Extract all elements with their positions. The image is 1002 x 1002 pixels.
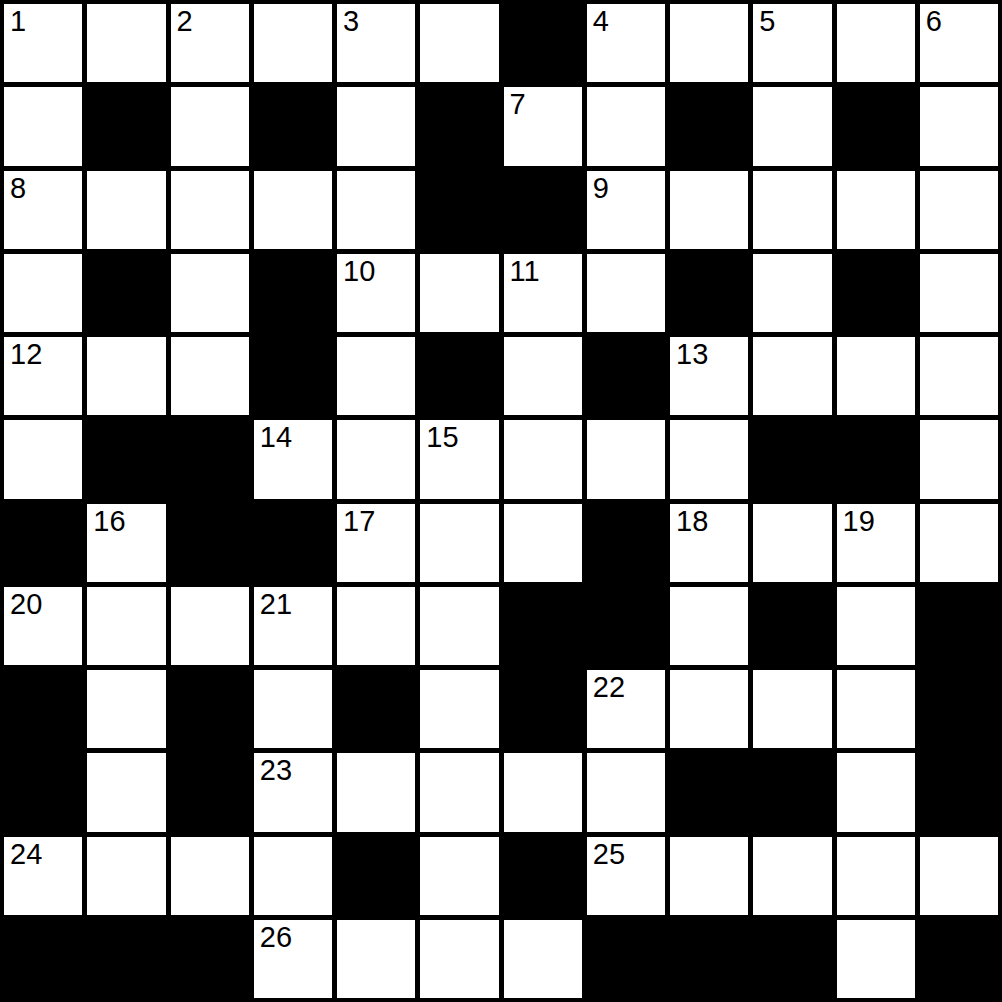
white-cell[interactable]: 11	[504, 254, 582, 332]
white-cell[interactable]: 14	[254, 420, 332, 498]
white-cell[interactable]	[920, 171, 998, 249]
white-cell[interactable]	[587, 87, 665, 165]
white-cell[interactable]: 10	[337, 254, 415, 332]
clue-number: 25	[593, 839, 625, 869]
clue-number: 18	[676, 506, 708, 536]
clue-number: 8	[10, 173, 26, 203]
clue-number: 23	[260, 755, 292, 785]
white-cell[interactable]	[504, 337, 582, 415]
white-cell[interactable]	[87, 753, 165, 831]
black-cell	[420, 337, 498, 415]
white-cell[interactable]	[420, 504, 498, 582]
white-cell[interactable]: 1	[4, 4, 82, 82]
white-cell[interactable]	[837, 753, 915, 831]
black-cell	[587, 504, 665, 582]
black-cell	[171, 920, 249, 998]
black-cell	[420, 171, 498, 249]
white-cell[interactable]	[504, 920, 582, 998]
white-cell[interactable]	[753, 337, 831, 415]
clue-number: 10	[343, 256, 375, 286]
white-cell[interactable]: 26	[254, 920, 332, 998]
white-cell[interactable]	[171, 254, 249, 332]
white-cell[interactable]	[920, 837, 998, 915]
black-cell	[87, 920, 165, 998]
white-cell[interactable]	[337, 587, 415, 665]
clue-number: 20	[10, 589, 42, 619]
white-cell[interactable]	[4, 254, 82, 332]
white-cell[interactable]: 18	[670, 504, 748, 582]
black-cell	[753, 920, 831, 998]
white-cell[interactable]: 15	[420, 420, 498, 498]
white-cell[interactable]	[670, 4, 748, 82]
white-cell[interactable]	[337, 87, 415, 165]
white-cell[interactable]	[670, 837, 748, 915]
white-cell[interactable]	[420, 670, 498, 748]
white-cell[interactable]	[171, 837, 249, 915]
white-cell[interactable]: 17	[337, 504, 415, 582]
white-cell[interactable]	[504, 753, 582, 831]
clue-number: 24	[10, 839, 42, 869]
clue-number: 14	[260, 422, 292, 452]
black-cell	[837, 87, 915, 165]
white-cell[interactable]	[254, 171, 332, 249]
black-cell	[504, 670, 582, 748]
white-cell[interactable]: 8	[4, 171, 82, 249]
clue-number: 5	[759, 6, 775, 36]
black-cell	[920, 587, 998, 665]
black-cell	[254, 337, 332, 415]
white-cell[interactable]	[920, 420, 998, 498]
black-cell	[670, 920, 748, 998]
white-cell[interactable]	[504, 420, 582, 498]
white-cell[interactable]	[587, 753, 665, 831]
white-cell[interactable]: 12	[4, 337, 82, 415]
black-cell	[753, 420, 831, 498]
white-cell[interactable]	[171, 171, 249, 249]
white-cell[interactable]	[670, 670, 748, 748]
white-cell[interactable]: 7	[504, 87, 582, 165]
white-cell[interactable]: 13	[670, 337, 748, 415]
clue-number: 11	[510, 256, 540, 286]
white-cell[interactable]: 3	[337, 4, 415, 82]
black-cell	[171, 504, 249, 582]
black-cell	[171, 753, 249, 831]
white-cell[interactable]	[254, 837, 332, 915]
black-cell	[254, 504, 332, 582]
white-cell[interactable]: 22	[587, 670, 665, 748]
clue-number: 26	[260, 922, 292, 952]
white-cell[interactable]	[420, 4, 498, 82]
white-cell[interactable]	[87, 837, 165, 915]
black-cell	[4, 504, 82, 582]
white-cell[interactable]	[87, 171, 165, 249]
clue-number: 15	[426, 422, 458, 452]
black-cell	[670, 254, 748, 332]
white-cell[interactable]	[420, 254, 498, 332]
black-cell	[4, 920, 82, 998]
white-cell[interactable]	[87, 337, 165, 415]
black-cell	[337, 837, 415, 915]
black-cell	[670, 87, 748, 165]
white-cell[interactable]	[837, 4, 915, 82]
black-cell	[504, 837, 582, 915]
clue-number: 13	[676, 339, 708, 369]
clue-number: 7	[510, 89, 526, 119]
white-cell[interactable]	[920, 337, 998, 415]
white-cell[interactable]	[4, 87, 82, 165]
clue-number: 22	[593, 672, 625, 702]
clue-number: 3	[343, 6, 359, 36]
clue-number: 4	[593, 6, 609, 36]
white-cell[interactable]: 24	[4, 837, 82, 915]
white-cell[interactable]	[504, 504, 582, 582]
white-cell[interactable]	[420, 587, 498, 665]
clue-number: 2	[177, 6, 193, 36]
clue-number: 19	[843, 506, 875, 536]
black-cell	[920, 920, 998, 998]
white-cell[interactable]	[171, 87, 249, 165]
white-cell[interactable]	[337, 171, 415, 249]
white-cell[interactable]: 2	[171, 4, 249, 82]
black-cell	[171, 670, 249, 748]
white-cell[interactable]	[4, 420, 82, 498]
black-cell	[587, 920, 665, 998]
white-cell[interactable]	[753, 504, 831, 582]
black-cell	[753, 587, 831, 665]
black-cell	[670, 753, 748, 831]
white-cell[interactable]	[837, 670, 915, 748]
white-cell[interactable]	[837, 920, 915, 998]
black-cell	[837, 420, 915, 498]
white-cell[interactable]	[420, 920, 498, 998]
white-cell[interactable]	[837, 587, 915, 665]
white-cell[interactable]	[337, 337, 415, 415]
white-cell[interactable]: 4	[587, 4, 665, 82]
black-cell	[87, 87, 165, 165]
black-cell	[587, 587, 665, 665]
white-cell[interactable]	[254, 4, 332, 82]
white-cell[interactable]: 5	[753, 4, 831, 82]
black-cell	[504, 587, 582, 665]
white-cell[interactable]	[420, 837, 498, 915]
black-cell	[420, 87, 498, 165]
clue-number: 12	[10, 339, 42, 369]
white-cell[interactable]	[670, 171, 748, 249]
white-cell[interactable]: 23	[254, 753, 332, 831]
clue-number: 6	[926, 6, 942, 36]
black-cell	[87, 420, 165, 498]
white-cell[interactable]	[337, 420, 415, 498]
white-cell[interactable]	[837, 837, 915, 915]
black-cell	[504, 171, 582, 249]
white-cell[interactable]	[753, 171, 831, 249]
white-cell[interactable]: 9	[587, 171, 665, 249]
clue-number: 17	[343, 506, 375, 536]
black-cell	[4, 753, 82, 831]
white-cell[interactable]	[920, 504, 998, 582]
white-cell[interactable]: 20	[4, 587, 82, 665]
black-cell	[920, 753, 998, 831]
black-cell	[337, 670, 415, 748]
white-cell[interactable]	[87, 670, 165, 748]
white-cell[interactable]	[920, 254, 998, 332]
white-cell[interactable]	[837, 171, 915, 249]
white-cell[interactable]	[753, 670, 831, 748]
white-cell[interactable]: 16	[87, 504, 165, 582]
clue-number: 21	[260, 589, 292, 619]
white-cell[interactable]	[670, 420, 748, 498]
white-cell[interactable]	[171, 337, 249, 415]
black-cell	[504, 4, 582, 82]
white-cell[interactable]	[337, 753, 415, 831]
black-cell	[4, 670, 82, 748]
white-cell[interactable]: 19	[837, 504, 915, 582]
white-cell[interactable]	[753, 87, 831, 165]
clue-number: 1	[10, 6, 26, 36]
clue-number: 9	[593, 173, 609, 203]
white-cell[interactable]	[87, 587, 165, 665]
black-cell	[254, 87, 332, 165]
black-cell	[920, 670, 998, 748]
white-cell[interactable]	[87, 4, 165, 82]
white-cell[interactable]	[420, 753, 498, 831]
black-cell	[837, 254, 915, 332]
white-cell[interactable]: 21	[254, 587, 332, 665]
white-cell[interactable]: 6	[920, 4, 998, 82]
white-cell[interactable]	[587, 420, 665, 498]
black-cell	[254, 254, 332, 332]
white-cell[interactable]: 25	[587, 837, 665, 915]
white-cell[interactable]	[920, 87, 998, 165]
black-cell	[171, 420, 249, 498]
white-cell[interactable]	[587, 254, 665, 332]
white-cell[interactable]	[337, 920, 415, 998]
white-cell[interactable]	[753, 254, 831, 332]
white-cell[interactable]	[171, 587, 249, 665]
white-cell[interactable]	[753, 837, 831, 915]
black-cell	[587, 337, 665, 415]
white-cell[interactable]	[254, 670, 332, 748]
black-cell	[753, 753, 831, 831]
white-cell[interactable]	[670, 587, 748, 665]
clue-number: 16	[93, 506, 125, 536]
white-cell[interactable]	[837, 337, 915, 415]
black-cell	[87, 254, 165, 332]
crossword-board: 1234567891011121314151617181920212223242…	[0, 0, 1002, 1002]
